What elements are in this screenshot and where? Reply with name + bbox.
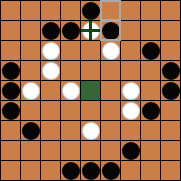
board-cell[interactable] bbox=[121, 1, 140, 20]
board-cell[interactable] bbox=[141, 61, 160, 80]
attacker-stone[interactable] bbox=[2, 82, 20, 100]
board-cell[interactable] bbox=[121, 161, 140, 180]
board-cell[interactable] bbox=[21, 121, 40, 140]
board-cell[interactable] bbox=[121, 61, 140, 80]
tablut-board bbox=[0, 0, 181, 181]
defender-stone[interactable] bbox=[62, 82, 80, 100]
board-cell[interactable] bbox=[1, 61, 20, 80]
board-cell[interactable] bbox=[81, 161, 100, 180]
board-cell[interactable] bbox=[81, 121, 100, 140]
defender-stone[interactable] bbox=[42, 42, 60, 60]
board-cell[interactable] bbox=[141, 41, 160, 60]
board-cell[interactable] bbox=[21, 41, 40, 60]
board-cell[interactable] bbox=[101, 141, 120, 160]
attacker-stone[interactable] bbox=[22, 122, 40, 140]
board-cell[interactable] bbox=[121, 81, 140, 100]
board-cell[interactable] bbox=[161, 141, 180, 160]
board-cell[interactable] bbox=[21, 81, 40, 100]
board-cell[interactable] bbox=[81, 1, 100, 20]
king-cross-icon bbox=[81, 29, 100, 32]
board-cell[interactable] bbox=[81, 141, 100, 160]
last-move-cell[interactable] bbox=[101, 1, 120, 20]
board-cell[interactable] bbox=[81, 61, 100, 80]
board-cell[interactable] bbox=[121, 21, 140, 40]
board-cell[interactable] bbox=[101, 121, 120, 140]
board-cell[interactable] bbox=[61, 121, 80, 140]
board-cell[interactable] bbox=[1, 81, 20, 100]
board-cell[interactable] bbox=[141, 1, 160, 20]
board-cell[interactable] bbox=[121, 141, 140, 160]
attacker-stone[interactable] bbox=[62, 22, 80, 40]
attacker-stone[interactable] bbox=[62, 162, 80, 180]
defender-stone[interactable] bbox=[22, 82, 40, 100]
board-cell[interactable] bbox=[161, 41, 180, 60]
board-cell[interactable] bbox=[101, 61, 120, 80]
last-move-cell[interactable] bbox=[101, 21, 120, 40]
board-cell[interactable] bbox=[161, 21, 180, 40]
board-cell[interactable] bbox=[161, 81, 180, 100]
board-cell[interactable] bbox=[101, 81, 120, 100]
board-cell[interactable] bbox=[41, 41, 60, 60]
attacker-stone[interactable] bbox=[82, 162, 100, 180]
board-cell[interactable] bbox=[41, 141, 60, 160]
board-cell[interactable] bbox=[81, 101, 100, 120]
attacker-stone[interactable] bbox=[82, 2, 100, 20]
board-cell[interactable] bbox=[41, 101, 60, 120]
defender-stone[interactable] bbox=[42, 62, 60, 80]
board-cell[interactable] bbox=[141, 121, 160, 140]
board-cell[interactable] bbox=[61, 81, 80, 100]
board-cell[interactable] bbox=[61, 101, 80, 120]
board-cell[interactable] bbox=[21, 21, 40, 40]
attacker-stone[interactable] bbox=[122, 142, 140, 160]
board-cell[interactable] bbox=[161, 61, 180, 80]
board-cell[interactable] bbox=[161, 1, 180, 20]
defender-stone[interactable] bbox=[122, 82, 140, 100]
board-cell[interactable] bbox=[121, 41, 140, 60]
board-cell[interactable] bbox=[141, 21, 160, 40]
attacker-stone[interactable] bbox=[162, 62, 180, 80]
board-cell[interactable] bbox=[21, 61, 40, 80]
defender-stone[interactable] bbox=[122, 102, 140, 120]
board-cell[interactable] bbox=[41, 1, 60, 20]
board-cell[interactable] bbox=[81, 41, 100, 60]
board-cell[interactable] bbox=[1, 21, 20, 40]
board-cell[interactable] bbox=[81, 21, 100, 40]
board-cell[interactable] bbox=[61, 1, 80, 20]
board-cell[interactable] bbox=[61, 21, 80, 40]
board-cell[interactable] bbox=[141, 101, 160, 120]
attacker-stone[interactable] bbox=[2, 102, 20, 120]
board-cell[interactable] bbox=[21, 141, 40, 160]
attacker-stone[interactable] bbox=[142, 42, 160, 60]
attacker-stone[interactable] bbox=[142, 102, 160, 120]
board-cell[interactable] bbox=[1, 101, 20, 120]
attacker-stone[interactable] bbox=[162, 82, 180, 100]
board-cell[interactable] bbox=[161, 101, 180, 120]
board-cell[interactable] bbox=[41, 121, 60, 140]
defender-stone[interactable] bbox=[82, 122, 100, 140]
attacker-stone[interactable] bbox=[102, 22, 120, 40]
board-cell[interactable] bbox=[121, 121, 140, 140]
board-cell[interactable] bbox=[121, 101, 140, 120]
board-cell[interactable] bbox=[21, 1, 40, 20]
board-cell[interactable] bbox=[21, 161, 40, 180]
board-cell[interactable] bbox=[101, 101, 120, 120]
board-cell[interactable] bbox=[141, 161, 160, 180]
board-cell[interactable] bbox=[1, 41, 20, 60]
board-cell[interactable] bbox=[61, 161, 80, 180]
board-cell[interactable] bbox=[101, 41, 120, 60]
board-cell[interactable] bbox=[161, 121, 180, 140]
board-cell[interactable] bbox=[1, 1, 20, 20]
board-cell[interactable] bbox=[1, 141, 20, 160]
board-cell[interactable] bbox=[61, 41, 80, 60]
board-cell[interactable] bbox=[41, 21, 60, 40]
board-cell[interactable] bbox=[141, 81, 160, 100]
board-cell[interactable] bbox=[21, 101, 40, 120]
board-cell[interactable] bbox=[61, 61, 80, 80]
board-cell[interactable] bbox=[101, 161, 120, 180]
board-cell[interactable] bbox=[41, 81, 60, 100]
board-cell[interactable] bbox=[61, 141, 80, 160]
board-cell[interactable] bbox=[41, 61, 60, 80]
defender-stone[interactable] bbox=[102, 42, 120, 60]
board-cell[interactable] bbox=[161, 161, 180, 180]
attacker-stone[interactable] bbox=[42, 22, 60, 40]
board-cell[interactable] bbox=[1, 161, 20, 180]
attacker-stone[interactable] bbox=[2, 62, 20, 80]
board-cell[interactable] bbox=[41, 161, 60, 180]
attacker-stone[interactable] bbox=[102, 162, 120, 180]
throne-cell[interactable] bbox=[81, 81, 100, 100]
board-cell[interactable] bbox=[1, 121, 20, 140]
board-cell[interactable] bbox=[141, 141, 160, 160]
